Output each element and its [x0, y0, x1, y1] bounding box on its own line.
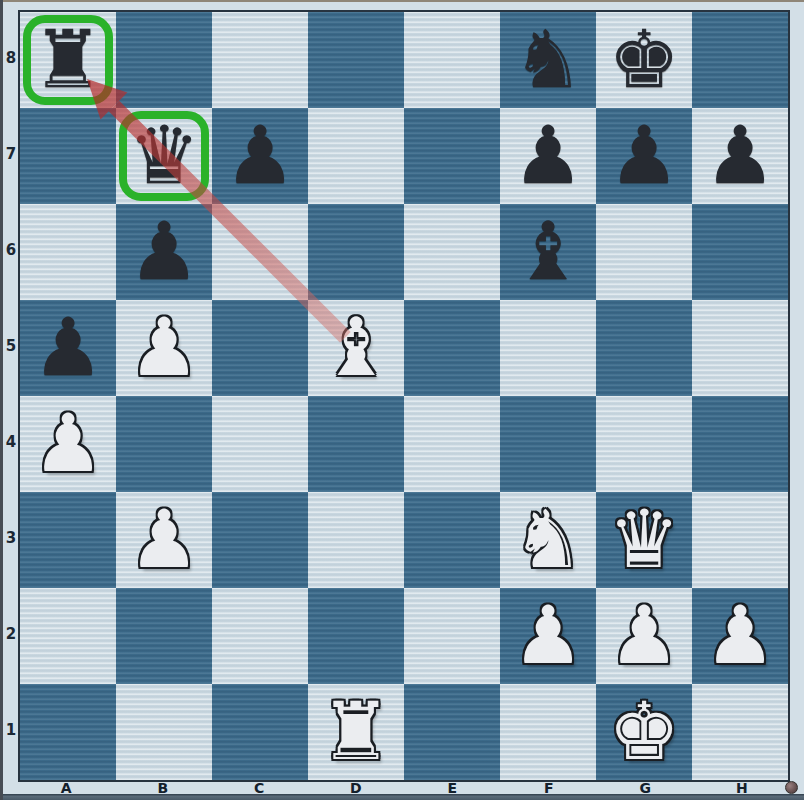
square-a6[interactable] [20, 204, 116, 300]
rank-label-7: 7 [3, 106, 19, 202]
square-g8[interactable]: ♚ [596, 12, 692, 108]
square-g3[interactable]: ♛ [596, 492, 692, 588]
square-f5[interactable] [500, 300, 596, 396]
piece-black-king-g8[interactable]: ♚ [596, 12, 692, 108]
square-c8[interactable] [212, 12, 308, 108]
rank-labels: 87654321 [3, 10, 19, 778]
square-a1[interactable] [20, 684, 116, 780]
piece-black-queen-b7[interactable]: ♛ [116, 108, 212, 204]
square-e2[interactable] [404, 588, 500, 684]
square-f6[interactable]: ♝ [500, 204, 596, 300]
square-c2[interactable] [212, 588, 308, 684]
square-b8[interactable] [116, 12, 212, 108]
square-d2[interactable] [308, 588, 404, 684]
piece-white-pawn-b5[interactable]: ♟ [116, 300, 212, 396]
square-b7[interactable]: ♛ [116, 108, 212, 204]
square-g2[interactable]: ♟ [596, 588, 692, 684]
piece-white-pawn-f2[interactable]: ♟ [500, 588, 596, 684]
square-h6[interactable] [692, 204, 788, 300]
piece-white-pawn-h2[interactable]: ♟ [692, 588, 788, 684]
square-a5[interactable]: ♟ [20, 300, 116, 396]
square-g1[interactable]: ♚ [596, 684, 692, 780]
square-g4[interactable] [596, 396, 692, 492]
square-g5[interactable] [596, 300, 692, 396]
square-h7[interactable]: ♟ [692, 108, 788, 204]
square-c4[interactable] [212, 396, 308, 492]
square-b4[interactable] [116, 396, 212, 492]
piece-white-pawn-b3[interactable]: ♟ [116, 492, 212, 588]
square-d3[interactable] [308, 492, 404, 588]
piece-white-bishop-d5[interactable]: ♝ [308, 300, 404, 396]
square-b6[interactable]: ♟ [116, 204, 212, 300]
piece-black-pawn-c7[interactable]: ♟ [212, 108, 308, 204]
square-d4[interactable] [308, 396, 404, 492]
square-e8[interactable] [404, 12, 500, 108]
rank-label-3: 3 [3, 490, 19, 586]
piece-black-pawn-f7[interactable]: ♟ [500, 108, 596, 204]
rank-label-1: 1 [3, 682, 19, 778]
square-d1[interactable]: ♜ [308, 684, 404, 780]
rank-label-2: 2 [3, 586, 19, 682]
square-b2[interactable] [116, 588, 212, 684]
piece-white-rook-d1[interactable]: ♜ [308, 684, 404, 780]
square-f8[interactable]: ♞ [500, 12, 596, 108]
chess-board: ♜♞♚♛♟♟♟♟♟♝♟♟♝♟♟♞♛♟♟♟♜♚ [18, 10, 790, 782]
square-h1[interactable] [692, 684, 788, 780]
square-d5[interactable]: ♝ [308, 300, 404, 396]
square-b1[interactable] [116, 684, 212, 780]
rank-label-5: 5 [3, 298, 19, 394]
piece-black-knight-f8[interactable]: ♞ [500, 12, 596, 108]
square-f3[interactable]: ♞ [500, 492, 596, 588]
square-d6[interactable] [308, 204, 404, 300]
piece-white-pawn-g2[interactable]: ♟ [596, 588, 692, 684]
square-e5[interactable] [404, 300, 500, 396]
square-f1[interactable] [500, 684, 596, 780]
square-g7[interactable]: ♟ [596, 108, 692, 204]
piece-black-rook-a8[interactable]: ♜ [20, 12, 116, 108]
square-c1[interactable] [212, 684, 308, 780]
piece-white-knight-f3[interactable]: ♞ [500, 492, 596, 588]
rank-label-6: 6 [3, 202, 19, 298]
rank-label-4: 4 [3, 394, 19, 490]
square-a2[interactable] [20, 588, 116, 684]
square-b3[interactable]: ♟ [116, 492, 212, 588]
square-h3[interactable] [692, 492, 788, 588]
square-h4[interactable] [692, 396, 788, 492]
square-c6[interactable] [212, 204, 308, 300]
piece-white-pawn-a4[interactable]: ♟ [20, 396, 116, 492]
square-f7[interactable]: ♟ [500, 108, 596, 204]
window-left-edge [0, 0, 3, 800]
piece-black-pawn-g7[interactable]: ♟ [596, 108, 692, 204]
square-e1[interactable] [404, 684, 500, 780]
rank-label-8: 8 [3, 10, 19, 106]
square-a4[interactable]: ♟ [20, 396, 116, 492]
piece-black-bishop-f6[interactable]: ♝ [500, 204, 596, 300]
window-bottom-bar [0, 794, 804, 800]
square-c5[interactable] [212, 300, 308, 396]
square-c7[interactable]: ♟ [212, 108, 308, 204]
square-g6[interactable] [596, 204, 692, 300]
square-h5[interactable] [692, 300, 788, 396]
piece-black-pawn-h7[interactable]: ♟ [692, 108, 788, 204]
piece-white-king-g1[interactable]: ♚ [596, 684, 692, 780]
resize-knob-icon[interactable] [785, 781, 798, 794]
piece-black-pawn-b6[interactable]: ♟ [116, 204, 212, 300]
square-f4[interactable] [500, 396, 596, 492]
square-f2[interactable]: ♟ [500, 588, 596, 684]
piece-white-queen-g3[interactable]: ♛ [596, 492, 692, 588]
square-a3[interactable] [20, 492, 116, 588]
square-e3[interactable] [404, 492, 500, 588]
square-a7[interactable] [20, 108, 116, 204]
square-a8[interactable]: ♜ [20, 12, 116, 108]
square-e4[interactable] [404, 396, 500, 492]
square-h8[interactable] [692, 12, 788, 108]
square-e7[interactable] [404, 108, 500, 204]
square-e6[interactable] [404, 204, 500, 300]
piece-black-pawn-a5[interactable]: ♟ [20, 300, 116, 396]
square-b5[interactable]: ♟ [116, 300, 212, 396]
square-d8[interactable] [308, 12, 404, 108]
window-top-edge [0, 0, 804, 2]
square-d7[interactable] [308, 108, 404, 204]
square-c3[interactable] [212, 492, 308, 588]
square-h2[interactable]: ♟ [692, 588, 788, 684]
